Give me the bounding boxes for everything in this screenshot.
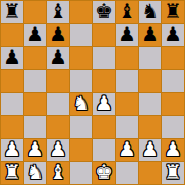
square-e5[interactable] bbox=[93, 70, 115, 92]
square-h3[interactable] bbox=[162, 116, 184, 138]
square-b6[interactable] bbox=[24, 47, 46, 69]
black-rook-a8[interactable]: ♜ bbox=[3, 1, 21, 22]
square-d4[interactable]: ♞ bbox=[70, 93, 92, 115]
chess-board: ♜♝♚♝♞♜♟♟♟♟♟♟♟♞♟♟♟♟♟♟♟♜♞♝♚♜ bbox=[0, 0, 185, 185]
square-g3[interactable] bbox=[139, 116, 161, 138]
square-c7[interactable]: ♟ bbox=[47, 24, 69, 46]
white-pawn-h2[interactable]: ♟ bbox=[164, 139, 182, 160]
square-b5[interactable] bbox=[24, 70, 46, 92]
square-f4[interactable] bbox=[116, 93, 138, 115]
black-pawn-b7[interactable]: ♟ bbox=[26, 24, 44, 45]
square-e1[interactable]: ♚ bbox=[93, 162, 115, 184]
square-f3[interactable] bbox=[116, 116, 138, 138]
square-f5[interactable] bbox=[116, 70, 138, 92]
square-d2[interactable] bbox=[70, 139, 92, 161]
square-b7[interactable]: ♟ bbox=[24, 24, 46, 46]
square-a4[interactable] bbox=[1, 93, 23, 115]
square-f8[interactable]: ♝ bbox=[116, 1, 138, 23]
square-c3[interactable] bbox=[47, 116, 69, 138]
white-knight-d4[interactable]: ♞ bbox=[72, 93, 90, 114]
square-g4[interactable] bbox=[139, 93, 161, 115]
square-e2[interactable] bbox=[93, 139, 115, 161]
white-king-e1[interactable]: ♚ bbox=[95, 162, 113, 183]
square-b1[interactable]: ♞ bbox=[24, 162, 46, 184]
black-pawn-c6[interactable]: ♟ bbox=[49, 47, 67, 68]
square-d3[interactable] bbox=[70, 116, 92, 138]
white-rook-a1[interactable]: ♜ bbox=[3, 162, 21, 183]
square-f2[interactable]: ♟ bbox=[116, 139, 138, 161]
square-d5[interactable] bbox=[70, 70, 92, 92]
white-bishop-c1[interactable]: ♝ bbox=[49, 162, 67, 183]
square-h7[interactable]: ♟ bbox=[162, 24, 184, 46]
black-pawn-g7[interactable]: ♟ bbox=[141, 24, 159, 45]
square-d6[interactable] bbox=[70, 47, 92, 69]
square-c4[interactable] bbox=[47, 93, 69, 115]
square-a7[interactable] bbox=[1, 24, 23, 46]
square-g8[interactable]: ♞ bbox=[139, 1, 161, 23]
black-king-e8[interactable]: ♚ bbox=[95, 1, 113, 22]
square-d7[interactable] bbox=[70, 24, 92, 46]
square-f7[interactable]: ♟ bbox=[116, 24, 138, 46]
white-knight-b1[interactable]: ♞ bbox=[26, 162, 44, 183]
white-pawn-e4[interactable]: ♟ bbox=[95, 93, 113, 114]
white-pawn-a2[interactable]: ♟ bbox=[3, 139, 21, 160]
white-pawn-f2[interactable]: ♟ bbox=[118, 139, 136, 160]
square-a5[interactable] bbox=[1, 70, 23, 92]
square-c6[interactable]: ♟ bbox=[47, 47, 69, 69]
white-rook-h1[interactable]: ♜ bbox=[164, 162, 182, 183]
white-pawn-g2[interactable]: ♟ bbox=[141, 139, 159, 160]
square-c8[interactable]: ♝ bbox=[47, 1, 69, 23]
square-f6[interactable] bbox=[116, 47, 138, 69]
square-b2[interactable]: ♟ bbox=[24, 139, 46, 161]
square-g6[interactable] bbox=[139, 47, 161, 69]
square-h6[interactable] bbox=[162, 47, 184, 69]
square-g5[interactable] bbox=[139, 70, 161, 92]
square-h5[interactable] bbox=[162, 70, 184, 92]
square-c2[interactable]: ♟ bbox=[47, 139, 69, 161]
square-g2[interactable]: ♟ bbox=[139, 139, 161, 161]
square-f1[interactable] bbox=[116, 162, 138, 184]
square-d8[interactable] bbox=[70, 1, 92, 23]
white-pawn-c2[interactable]: ♟ bbox=[49, 139, 67, 160]
square-e8[interactable]: ♚ bbox=[93, 1, 115, 23]
black-pawn-c7[interactable]: ♟ bbox=[49, 24, 67, 45]
square-b4[interactable] bbox=[24, 93, 46, 115]
white-pawn-b2[interactable]: ♟ bbox=[26, 139, 44, 160]
square-a1[interactable]: ♜ bbox=[1, 162, 23, 184]
black-pawn-a6[interactable]: ♟ bbox=[3, 47, 21, 68]
square-b8[interactable] bbox=[24, 1, 46, 23]
black-bishop-c8[interactable]: ♝ bbox=[49, 1, 67, 22]
black-pawn-f7[interactable]: ♟ bbox=[118, 24, 136, 45]
square-e4[interactable]: ♟ bbox=[93, 93, 115, 115]
square-c5[interactable] bbox=[47, 70, 69, 92]
square-a8[interactable]: ♜ bbox=[1, 1, 23, 23]
square-h1[interactable]: ♜ bbox=[162, 162, 184, 184]
black-knight-g8[interactable]: ♞ bbox=[141, 1, 159, 22]
square-b3[interactable] bbox=[24, 116, 46, 138]
square-e3[interactable] bbox=[93, 116, 115, 138]
black-bishop-f8[interactable]: ♝ bbox=[118, 1, 136, 22]
square-c1[interactable]: ♝ bbox=[47, 162, 69, 184]
black-pawn-h7[interactable]: ♟ bbox=[164, 24, 182, 45]
square-g1[interactable] bbox=[139, 162, 161, 184]
square-a2[interactable]: ♟ bbox=[1, 139, 23, 161]
square-e6[interactable] bbox=[93, 47, 115, 69]
square-d1[interactable] bbox=[70, 162, 92, 184]
square-h2[interactable]: ♟ bbox=[162, 139, 184, 161]
square-g7[interactable]: ♟ bbox=[139, 24, 161, 46]
square-h8[interactable]: ♜ bbox=[162, 1, 184, 23]
square-e7[interactable] bbox=[93, 24, 115, 46]
square-a6[interactable]: ♟ bbox=[1, 47, 23, 69]
square-a3[interactable] bbox=[1, 116, 23, 138]
black-rook-h8[interactable]: ♜ bbox=[164, 1, 182, 22]
square-h4[interactable] bbox=[162, 93, 184, 115]
